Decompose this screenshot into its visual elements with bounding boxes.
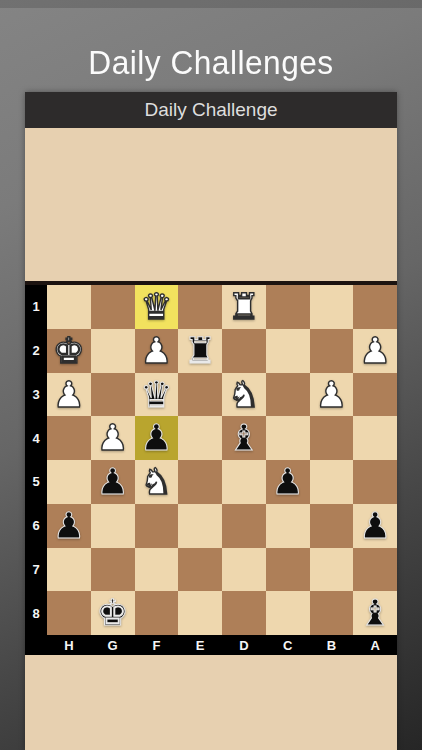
piece-black-rook: ♜	[184, 329, 216, 373]
square-b6[interactable]	[310, 504, 354, 548]
square-c1[interactable]	[266, 285, 310, 329]
square-e7[interactable]	[178, 548, 222, 592]
square-g2[interactable]	[91, 329, 135, 373]
square-h8[interactable]	[47, 591, 91, 635]
piece-black-bishop: ♝	[359, 591, 391, 635]
file-label-f: F	[135, 635, 179, 655]
piece-black-queen: ♛	[140, 373, 172, 417]
square-f2[interactable]: ♟	[135, 329, 179, 373]
square-b8[interactable]	[310, 591, 354, 635]
square-e8[interactable]	[178, 591, 222, 635]
square-e6[interactable]	[178, 504, 222, 548]
square-e2[interactable]: ♜	[178, 329, 222, 373]
square-d6[interactable]	[222, 504, 266, 548]
square-b7[interactable]	[310, 548, 354, 592]
square-d2[interactable]	[222, 329, 266, 373]
rank-label-5: 5	[25, 460, 47, 504]
square-b2[interactable]	[310, 329, 354, 373]
rank-label-8: 8	[25, 591, 47, 635]
square-h6[interactable]: ♟	[47, 504, 91, 548]
file-label-a: A	[353, 635, 397, 655]
screen-blank-area	[25, 128, 397, 281]
piece-white-king: ♚	[53, 329, 85, 373]
square-e4[interactable]	[178, 416, 222, 460]
piece-black-pawn: ♟	[140, 416, 172, 460]
piece-black-pawn: ♟	[96, 460, 128, 504]
piece-black-pawn: ♟	[271, 460, 303, 504]
file-label-b: B	[310, 635, 354, 655]
square-d1[interactable]: ♜	[222, 285, 266, 329]
square-g6[interactable]	[91, 504, 135, 548]
square-h2[interactable]: ♚	[47, 329, 91, 373]
page-title: Daily Challenges	[8, 44, 413, 82]
file-label-d: D	[222, 635, 266, 655]
square-f7[interactable]	[135, 548, 179, 592]
square-a6[interactable]: ♟	[353, 504, 397, 548]
square-e5[interactable]	[178, 460, 222, 504]
piece-white-rook: ♜	[228, 285, 260, 329]
square-g5[interactable]: ♟	[91, 460, 135, 504]
navbar: Daily Challenge	[25, 92, 397, 128]
square-a1[interactable]	[353, 285, 397, 329]
square-g8[interactable]: ♚	[91, 591, 135, 635]
board-corner	[25, 635, 47, 655]
square-e1[interactable]	[178, 285, 222, 329]
square-c8[interactable]	[266, 591, 310, 635]
top-shade-strip	[0, 0, 422, 8]
piece-white-pawn: ♟	[315, 373, 347, 417]
square-a4[interactable]	[353, 416, 397, 460]
square-c6[interactable]	[266, 504, 310, 548]
square-h3[interactable]: ♟	[47, 373, 91, 417]
piece-white-pawn: ♟	[140, 329, 172, 373]
square-h4[interactable]	[47, 416, 91, 460]
file-label-h: H	[47, 635, 91, 655]
navbar-title: Daily Challenge	[144, 99, 277, 121]
square-f3[interactable]: ♛	[135, 373, 179, 417]
square-c5[interactable]: ♟	[266, 460, 310, 504]
square-g1[interactable]	[91, 285, 135, 329]
square-c2[interactable]	[266, 329, 310, 373]
phone-screenshot: Daily Challenge 1♛♜2♚♟♜♟3♟♛♞♟4♟♟♝5♟♞♟6♟♟…	[25, 92, 397, 750]
chess-board: 1♛♜2♚♟♜♟3♟♛♞♟4♟♟♝5♟♞♟6♟♟78♚♝HGFEDCBA	[25, 281, 397, 655]
square-a5[interactable]	[353, 460, 397, 504]
rank-label-3: 3	[25, 373, 47, 417]
square-d8[interactable]	[222, 591, 266, 635]
square-g3[interactable]	[91, 373, 135, 417]
square-a2[interactable]: ♟	[353, 329, 397, 373]
rank-label-6: 6	[25, 504, 47, 548]
rank-label-1: 1	[25, 285, 47, 329]
piece-white-knight: ♞	[228, 373, 260, 417]
square-b1[interactable]	[310, 285, 354, 329]
square-c3[interactable]	[266, 373, 310, 417]
square-c7[interactable]	[266, 548, 310, 592]
square-d7[interactable]	[222, 548, 266, 592]
square-f8[interactable]	[135, 591, 179, 635]
square-f6[interactable]	[135, 504, 179, 548]
square-a3[interactable]	[353, 373, 397, 417]
rank-label-7: 7	[25, 548, 47, 592]
file-label-c: C	[266, 635, 310, 655]
piece-white-pawn: ♟	[359, 329, 391, 373]
square-d5[interactable]	[222, 460, 266, 504]
square-h1[interactable]	[47, 285, 91, 329]
square-g4[interactable]: ♟	[91, 416, 135, 460]
piece-black-pawn: ♟	[53, 504, 85, 548]
file-label-g: G	[91, 635, 135, 655]
piece-white-pawn: ♟	[53, 373, 85, 417]
square-b3[interactable]: ♟	[310, 373, 354, 417]
piece-white-knight: ♞	[140, 460, 172, 504]
square-a7[interactable]	[353, 548, 397, 592]
square-e3[interactable]	[178, 373, 222, 417]
square-a8[interactable]: ♝	[353, 591, 397, 635]
square-f5[interactable]: ♞	[135, 460, 179, 504]
piece-white-pawn: ♟	[96, 416, 128, 460]
rank-label-4: 4	[25, 416, 47, 460]
square-d3[interactable]: ♞	[222, 373, 266, 417]
piece-black-king: ♚	[96, 591, 128, 635]
square-f1[interactable]: ♛	[135, 285, 179, 329]
piece-white-queen: ♛	[140, 285, 172, 329]
square-h5[interactable]	[47, 460, 91, 504]
square-f4[interactable]: ♟	[135, 416, 179, 460]
square-h7[interactable]	[47, 548, 91, 592]
square-g7[interactable]	[91, 548, 135, 592]
square-b5[interactable]	[310, 460, 354, 504]
square-c4[interactable]	[266, 416, 310, 460]
piece-black-bishop: ♝	[228, 416, 260, 460]
square-d4[interactable]: ♝	[222, 416, 266, 460]
piece-black-pawn: ♟	[359, 504, 391, 548]
file-label-e: E	[178, 635, 222, 655]
square-b4[interactable]	[310, 416, 354, 460]
rank-label-2: 2	[25, 329, 47, 373]
